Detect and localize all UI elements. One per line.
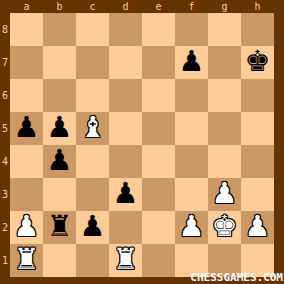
black-pawn: ♟: [47, 113, 73, 142]
rank-labels: 87654321: [0, 13, 10, 277]
square-b3[interactable]: [43, 178, 76, 211]
square-b7[interactable]: [43, 46, 76, 79]
square-g7[interactable]: [208, 46, 241, 79]
square-g2[interactable]: ♚: [208, 211, 241, 244]
square-h2[interactable]: ♟: [241, 211, 274, 244]
black-pawn: ♟: [47, 146, 73, 175]
square-e1[interactable]: [142, 244, 175, 277]
square-f4[interactable]: [175, 145, 208, 178]
square-e6[interactable]: [142, 79, 175, 112]
square-a7[interactable]: [10, 46, 43, 79]
square-d2[interactable]: [109, 211, 142, 244]
square-b4[interactable]: ♟: [43, 145, 76, 178]
file-label-e: e: [142, 0, 175, 13]
white-rook: ♜: [113, 245, 139, 274]
rank-label-6: 6: [0, 79, 10, 112]
white-pawn: ♟: [179, 212, 205, 241]
black-pawn: ♟: [14, 113, 40, 142]
square-e5[interactable]: [142, 112, 175, 145]
square-b5[interactable]: ♟: [43, 112, 76, 145]
square-f6[interactable]: [175, 79, 208, 112]
square-b2[interactable]: ♜: [43, 211, 76, 244]
white-pawn: ♟: [14, 212, 40, 241]
square-b1[interactable]: [43, 244, 76, 277]
square-h5[interactable]: [241, 112, 274, 145]
square-d1[interactable]: ♜: [109, 244, 142, 277]
square-e3[interactable]: [142, 178, 175, 211]
square-d8[interactable]: [109, 13, 142, 46]
file-label-c: c: [76, 0, 109, 13]
square-g4[interactable]: [208, 145, 241, 178]
white-pawn: ♟: [245, 212, 271, 241]
square-a8[interactable]: [10, 13, 43, 46]
black-rook: ♜: [47, 212, 73, 241]
square-f8[interactable]: [175, 13, 208, 46]
file-label-h: h: [241, 0, 274, 13]
square-e2[interactable]: [142, 211, 175, 244]
file-label-f: f: [175, 0, 208, 13]
square-c3[interactable]: [76, 178, 109, 211]
rank-label-8: 8: [0, 13, 10, 46]
square-c6[interactable]: [76, 79, 109, 112]
square-g5[interactable]: [208, 112, 241, 145]
white-pawn: ♟: [212, 179, 238, 208]
white-king: ♚: [212, 212, 238, 241]
square-h4[interactable]: [241, 145, 274, 178]
square-h7[interactable]: ♚: [241, 46, 274, 79]
file-label-d: d: [109, 0, 142, 13]
square-c7[interactable]: [76, 46, 109, 79]
square-c8[interactable]: [76, 13, 109, 46]
square-d4[interactable]: [109, 145, 142, 178]
white-rook: ♜: [14, 245, 40, 274]
black-king: ♚: [245, 47, 271, 76]
square-c2[interactable]: ♟: [76, 211, 109, 244]
square-e7[interactable]: [142, 46, 175, 79]
square-f7[interactable]: ♟: [175, 46, 208, 79]
square-g8[interactable]: [208, 13, 241, 46]
square-b6[interactable]: [43, 79, 76, 112]
square-f2[interactable]: ♟: [175, 211, 208, 244]
square-a6[interactable]: [10, 79, 43, 112]
square-g6[interactable]: [208, 79, 241, 112]
square-g3[interactable]: ♟: [208, 178, 241, 211]
black-pawn: ♟: [113, 179, 139, 208]
rank-label-3: 3: [0, 178, 10, 211]
square-a4[interactable]: [10, 145, 43, 178]
file-label-g: g: [208, 0, 241, 13]
site-watermark: CHESSGAMES.COM: [190, 271, 283, 284]
square-d6[interactable]: [109, 79, 142, 112]
file-label-a: a: [10, 0, 43, 13]
rank-label-5: 5: [0, 112, 10, 145]
file-label-b: b: [43, 0, 76, 13]
square-c4[interactable]: [76, 145, 109, 178]
square-a1[interactable]: ♜: [10, 244, 43, 277]
square-e8[interactable]: [142, 13, 175, 46]
square-a5[interactable]: ♟: [10, 112, 43, 145]
square-c5[interactable]: ♝: [76, 112, 109, 145]
rank-label-2: 2: [0, 211, 10, 244]
square-h8[interactable]: [241, 13, 274, 46]
square-d3[interactable]: ♟: [109, 178, 142, 211]
black-pawn: ♟: [80, 212, 106, 241]
square-f3[interactable]: [175, 178, 208, 211]
square-f5[interactable]: [175, 112, 208, 145]
square-e4[interactable]: [142, 145, 175, 178]
square-d7[interactable]: [109, 46, 142, 79]
square-a3[interactable]: [10, 178, 43, 211]
square-h6[interactable]: [241, 79, 274, 112]
square-a2[interactable]: ♟: [10, 211, 43, 244]
rank-label-1: 1: [0, 244, 10, 277]
chess-diagram: abcdefgh 87654321 ♟♚♟♟♝♟♟♟♟♜♟♟♚♟♜♜ CHESS…: [0, 0, 284, 284]
square-b8[interactable]: [43, 13, 76, 46]
square-h3[interactable]: [241, 178, 274, 211]
black-pawn: ♟: [179, 47, 205, 76]
rank-label-7: 7: [0, 46, 10, 79]
white-bishop: ♝: [80, 113, 106, 142]
file-labels: abcdefgh: [10, 0, 274, 13]
rank-label-4: 4: [0, 145, 10, 178]
chess-board: ♟♚♟♟♝♟♟♟♟♜♟♟♚♟♜♜: [10, 13, 274, 277]
square-c1[interactable]: [76, 244, 109, 277]
square-d5[interactable]: [109, 112, 142, 145]
